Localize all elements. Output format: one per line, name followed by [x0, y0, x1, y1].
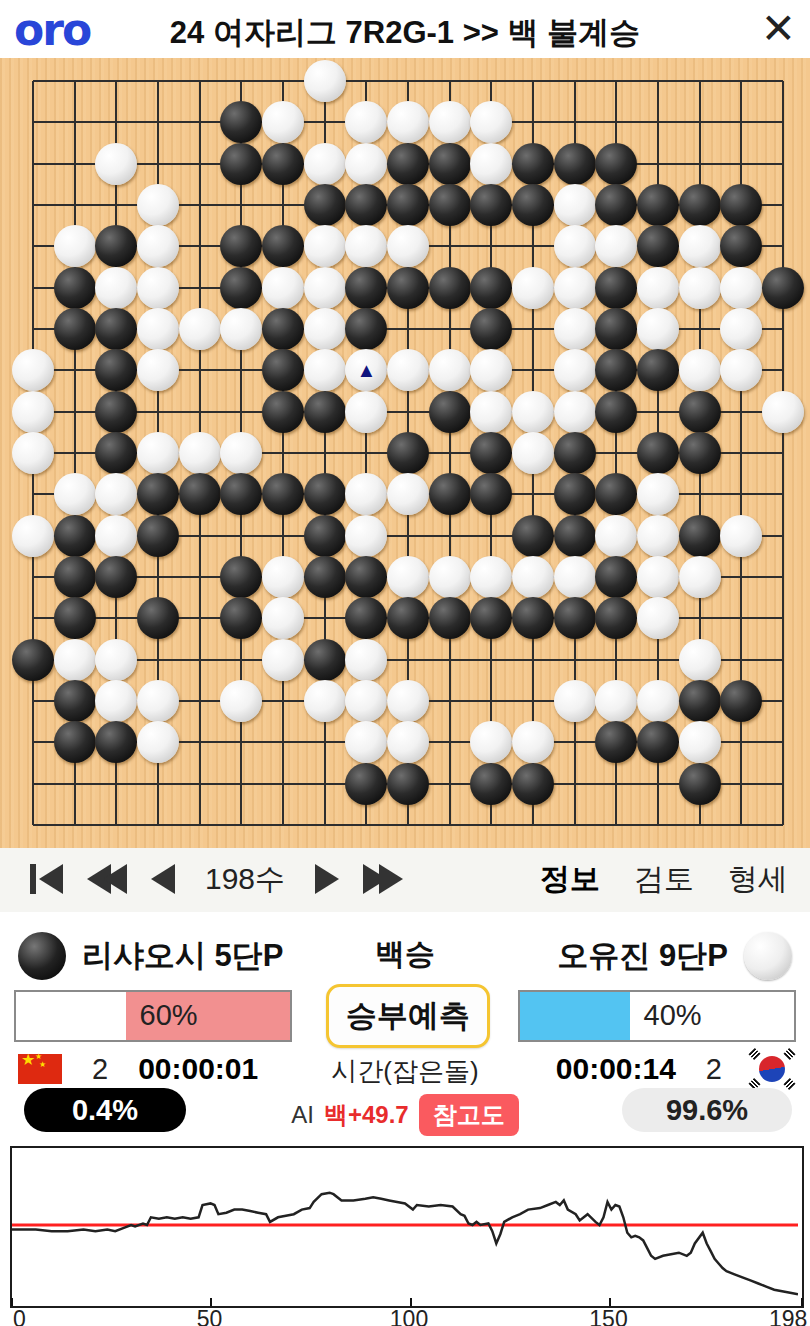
white-winrate-fill	[520, 992, 630, 1040]
black-stone-r5c18	[720, 225, 762, 267]
black-stone-r8c16	[637, 349, 679, 391]
black-stone-r16c18	[720, 680, 762, 722]
black-stone-r4c18	[720, 184, 762, 226]
black-stone-r10c12	[470, 432, 512, 474]
x-tick-50	[210, 1298, 212, 1306]
white-stone-r13c10	[387, 556, 429, 598]
x-label-198: 198	[769, 1306, 807, 1326]
predict-button[interactable]: 승부예측	[326, 984, 490, 1048]
white-stone-r16c9	[345, 680, 387, 722]
white-stone-r5c8	[304, 225, 346, 267]
black-stone-r11c5	[179, 473, 221, 515]
winrate-graph-svg	[12, 1148, 798, 1302]
players-panel: 리샤오시 5단P 백승 오유진 9단P 60% 승부예측 40% ★★★ 2 0…	[0, 912, 810, 1142]
fast-forward-icon2	[379, 864, 403, 894]
game-title: 24 여자리그 7R2G-1 >> 백 불계승	[0, 12, 810, 54]
white-stone-r10c13	[512, 432, 554, 474]
white-clock: 00:00:14	[556, 1052, 676, 1086]
black-stone-r14c15	[595, 597, 637, 639]
black-stone-r13c6	[220, 556, 262, 598]
white-player-header: 오유진 9단P	[557, 932, 792, 980]
black-stone-r4c17	[679, 184, 721, 226]
black-stone-r10c16	[637, 432, 679, 474]
black-stone-r9c11	[429, 391, 471, 433]
black-stone-r3c11	[429, 143, 471, 185]
white-stone-r5c10	[387, 225, 429, 267]
black-ai-winrate-pill: 0.4%	[24, 1088, 186, 1132]
white-stone-r5c15	[595, 225, 637, 267]
black-stone-r14c4	[137, 597, 179, 639]
black-stone-r16c17	[679, 680, 721, 722]
black-stone-r3c13	[512, 143, 554, 185]
fast-back-button[interactable]	[87, 864, 127, 894]
korea-flag-icon	[752, 1052, 792, 1086]
header: oro 24 여자리그 7R2G-1 >> 백 불계승 ✕	[0, 0, 810, 58]
white-stone-r13c17	[679, 556, 721, 598]
go-board[interactable]: ▲	[0, 58, 810, 848]
white-stone-r9c9	[345, 391, 387, 433]
black-stone-r3c7	[262, 143, 304, 185]
white-stone-r15c3	[95, 639, 137, 681]
black-stone-r4c15	[595, 184, 637, 226]
black-stone-r18c12	[470, 763, 512, 805]
white-stone-r6c14	[554, 267, 596, 309]
first-move-triangle-icon	[39, 864, 63, 894]
black-stone-r10c3	[95, 432, 137, 474]
black-stone-r11c6	[220, 473, 262, 515]
x-tick-198	[801, 1298, 803, 1306]
white-player-name: 오유진 9단P	[557, 935, 728, 977]
black-stone-r5c7	[262, 225, 304, 267]
white-stone-r8c11	[429, 349, 471, 391]
black-player-name: 리샤오시 5단P	[82, 935, 284, 977]
black-stone-r4c11	[429, 184, 471, 226]
black-stone-r4c12	[470, 184, 512, 226]
white-stone-r2c9	[345, 101, 387, 143]
time-caption: 시간(잡은돌)	[300, 1054, 510, 1089]
black-player-header: 리샤오시 5단P	[18, 932, 284, 980]
winrate-graph	[10, 1146, 804, 1308]
black-stone-icon	[18, 932, 66, 980]
black-stone-r14c2	[54, 597, 96, 639]
black-stone-r14c12	[470, 597, 512, 639]
white-stone-r8c14	[554, 349, 596, 391]
white-stone-r17c17	[679, 721, 721, 763]
black-stone-r18c9	[345, 763, 387, 805]
white-stone-r12c3	[95, 515, 137, 557]
black-stone-r9c7	[262, 391, 304, 433]
white-stone-r2c12	[470, 101, 512, 143]
black-stone-r3c6	[220, 143, 262, 185]
white-stone-r14c7	[262, 597, 304, 639]
board-grid: ▲	[33, 81, 783, 825]
white-stone-r8c12	[470, 349, 512, 391]
black-stone-r3c10	[387, 143, 429, 185]
white-stone-r16c8	[304, 680, 346, 722]
black-stone-r9c3	[95, 391, 137, 433]
white-stone-r11c2	[54, 473, 96, 515]
white-stone-r3c12	[470, 143, 512, 185]
black-stone-r10c10	[387, 432, 429, 474]
white-stone-r7c6	[220, 308, 262, 350]
white-stone-r9c19	[762, 391, 804, 433]
white-stone-r13c14	[554, 556, 596, 598]
black-stone-r17c16	[637, 721, 679, 763]
black-stone-r13c8	[304, 556, 346, 598]
x-tick-150	[609, 1298, 611, 1306]
black-stone-r10c14	[554, 432, 596, 474]
prev-move-button[interactable]	[151, 864, 175, 894]
white-stone-r9c13	[512, 391, 554, 433]
black-stone-r3c14	[554, 143, 596, 185]
last-move-marker-icon: ▲	[356, 360, 376, 380]
black-stone-r7c9	[345, 308, 387, 350]
white-stone-r9c1	[12, 391, 54, 433]
black-winrate-label: 60%	[126, 999, 198, 1032]
black-stone-r9c17	[679, 391, 721, 433]
white-stone-r17c12	[470, 721, 512, 763]
black-stone-r12c14	[554, 515, 596, 557]
white-stone-r9c14	[554, 391, 596, 433]
black-stone-r6c11	[429, 267, 471, 309]
white-stone-r8c9: ▲	[345, 349, 387, 391]
ai-label: AI	[291, 1101, 314, 1129]
move-nav-bar: 198수 정보 검토 형세	[0, 848, 810, 914]
black-stone-r7c7	[262, 308, 304, 350]
black-stone-r12c13	[512, 515, 554, 557]
black-stone-r5c3	[95, 225, 137, 267]
white-stone-r16c14	[554, 680, 596, 722]
fast-back-icon2	[103, 864, 127, 894]
white-stone-icon	[744, 932, 792, 980]
white-stone-r6c3	[95, 267, 137, 309]
black-stone-r14c11	[429, 597, 471, 639]
white-stone-r16c16	[637, 680, 679, 722]
black-stone-r5c6	[220, 225, 262, 267]
white-stone-r15c17	[679, 639, 721, 681]
x-label-100: 100	[390, 1306, 428, 1326]
black-stone-r9c8	[304, 391, 346, 433]
white-winrate-bar: 40%	[518, 990, 796, 1042]
move-counter: 198수	[205, 859, 285, 900]
white-ai-winrate-pill: 99.6%	[622, 1088, 792, 1132]
next-move-button[interactable]	[315, 864, 339, 894]
x-tick-0	[11, 1298, 13, 1306]
white-stone-r13c7	[262, 556, 304, 598]
white-stone-r8c17	[679, 349, 721, 391]
black-stone-r14c13	[512, 597, 554, 639]
white-stone-r6c17	[679, 267, 721, 309]
black-stone-r13c9	[345, 556, 387, 598]
close-icon[interactable]: ✕	[761, 6, 796, 52]
black-stone-r15c8	[304, 639, 346, 681]
black-stone-r17c2	[54, 721, 96, 763]
black-stone-r11c4	[137, 473, 179, 515]
x-label-50: 50	[197, 1306, 223, 1326]
black-stone-r8c7	[262, 349, 304, 391]
black-stone-r4c8	[304, 184, 346, 226]
white-stone-r7c5	[179, 308, 221, 350]
white-stone-r12c9	[345, 515, 387, 557]
white-stone-r6c7	[262, 267, 304, 309]
black-stone-r7c2	[54, 308, 96, 350]
black-stone-r14c9	[345, 597, 387, 639]
white-info-row: 00:00:14 2	[556, 1052, 792, 1086]
black-clock: 00:00:01	[138, 1052, 258, 1086]
white-stone-r16c6	[220, 680, 262, 722]
white-stone-r6c8	[304, 267, 346, 309]
move-controls: 198수	[30, 848, 403, 910]
black-stone-r4c10	[387, 184, 429, 226]
white-stone-r11c16	[637, 473, 679, 515]
white-stone-r9c12	[470, 391, 512, 433]
white-stone-r10c6	[220, 432, 262, 474]
reference-diagram-button[interactable]: 참고도	[419, 1094, 519, 1136]
white-stone-r3c3	[95, 143, 137, 185]
black-stone-r16c2	[54, 680, 96, 722]
white-stone-r8c8	[304, 349, 346, 391]
white-stone-r14c16	[637, 597, 679, 639]
tab-territory[interactable]: 형세	[728, 859, 788, 900]
first-move-button[interactable]	[30, 864, 63, 894]
black-info-row: ★★★ 2 00:00:01	[18, 1052, 258, 1086]
black-stone-r9c15	[595, 391, 637, 433]
black-stone-r8c3	[95, 349, 137, 391]
black-stone-r17c15	[595, 721, 637, 763]
white-stone-r8c4	[137, 349, 179, 391]
white-stone-r12c16	[637, 515, 679, 557]
white-stone-r16c15	[595, 680, 637, 722]
white-stone-r7c8	[304, 308, 346, 350]
black-stone-r13c2	[54, 556, 96, 598]
black-stone-r11c12	[470, 473, 512, 515]
black-stone-r7c3	[95, 308, 137, 350]
black-winrate-bar: 60%	[14, 990, 292, 1042]
white-stone-r17c13	[512, 721, 554, 763]
black-stone-r18c17	[679, 763, 721, 805]
black-stone-r12c8	[304, 515, 346, 557]
white-stone-r13c13	[512, 556, 554, 598]
white-stone-r6c13	[512, 267, 554, 309]
x-label-150: 150	[589, 1306, 627, 1326]
white-stone-r5c2	[54, 225, 96, 267]
black-stone-r18c10	[387, 763, 429, 805]
black-stone-r8c15	[595, 349, 637, 391]
white-stone-r7c14	[554, 308, 596, 350]
white-captures: 2	[706, 1053, 722, 1086]
black-stone-r4c9	[345, 184, 387, 226]
result-label: 백승	[300, 934, 510, 975]
graph-x-axis: 050100150198	[10, 1306, 800, 1326]
black-stone-r6c12	[470, 267, 512, 309]
white-stone-r3c9	[345, 143, 387, 185]
white-stone-r6c4	[137, 267, 179, 309]
black-stone-r4c13	[512, 184, 554, 226]
white-stone-r15c9	[345, 639, 387, 681]
white-stone-r4c4	[137, 184, 179, 226]
black-captures: 2	[92, 1053, 108, 1086]
black-stone-r13c15	[595, 556, 637, 598]
black-stone-r11c11	[429, 473, 471, 515]
black-stone-r7c12	[470, 308, 512, 350]
white-stone-r3c8	[304, 143, 346, 185]
white-stone-r7c16	[637, 308, 679, 350]
black-stone-r5c16	[637, 225, 679, 267]
black-stone-r11c14	[554, 473, 596, 515]
white-stone-r13c11	[429, 556, 471, 598]
black-stone-r15c1	[12, 639, 54, 681]
black-stone-r6c10	[387, 267, 429, 309]
white-stone-r7c18	[720, 308, 762, 350]
white-stone-r11c9	[345, 473, 387, 515]
first-move-bar-icon	[30, 864, 36, 894]
white-stone-r6c18	[720, 267, 762, 309]
white-stone-r13c12	[470, 556, 512, 598]
black-stone-r3c15	[595, 143, 637, 185]
black-stone-r11c7	[262, 473, 304, 515]
white-stone-r12c18	[720, 515, 762, 557]
black-stone-r12c17	[679, 515, 721, 557]
white-stone-r10c4	[137, 432, 179, 474]
white-stone-r2c11	[429, 101, 471, 143]
white-stone-r15c2	[54, 639, 96, 681]
white-stone-r7c4	[137, 308, 179, 350]
black-stone-r6c19	[762, 267, 804, 309]
prev-move-icon	[151, 864, 175, 894]
white-stone-r16c10	[387, 680, 429, 722]
black-stone-r10c17	[679, 432, 721, 474]
white-stone-r2c10	[387, 101, 429, 143]
x-tick-100	[410, 1298, 412, 1306]
white-stone-r1c8	[304, 60, 346, 102]
tab-review[interactable]: 검토	[634, 859, 694, 900]
black-stone-r14c14	[554, 597, 596, 639]
white-stone-r8c18	[720, 349, 762, 391]
black-stone-r14c10	[387, 597, 429, 639]
white-stone-r8c10	[387, 349, 429, 391]
white-stone-r5c4	[137, 225, 179, 267]
black-stone-r12c4	[137, 515, 179, 557]
black-stone-r18c13	[512, 763, 554, 805]
black-stone-r11c8	[304, 473, 346, 515]
black-stone-r6c6	[220, 267, 262, 309]
next-move-icon	[315, 864, 339, 894]
white-stone-r5c9	[345, 225, 387, 267]
tab-info[interactable]: 정보	[540, 859, 600, 900]
ai-score-row: AI 백+49.7 참고도	[280, 1094, 530, 1136]
white-stone-r4c14	[554, 184, 596, 226]
white-stone-r10c1	[12, 432, 54, 474]
fast-forward-button[interactable]	[363, 864, 403, 894]
black-stone-r7c15	[595, 308, 637, 350]
x-label-0: 0	[13, 1306, 26, 1326]
black-stone-r6c15	[595, 267, 637, 309]
black-stone-r12c2	[54, 515, 96, 557]
white-stone-r13c16	[637, 556, 679, 598]
white-stone-r6c16	[637, 267, 679, 309]
white-stone-r12c15	[595, 515, 637, 557]
white-stone-r5c14	[554, 225, 596, 267]
black-stone-r14c6	[220, 597, 262, 639]
white-stone-r10c5	[179, 432, 221, 474]
white-winrate-label: 40%	[630, 999, 702, 1032]
white-stone-r2c7	[262, 101, 304, 143]
white-stone-r17c10	[387, 721, 429, 763]
white-stone-r12c1	[12, 515, 54, 557]
black-stone-r6c9	[345, 267, 387, 309]
white-stone-r8c1	[12, 349, 54, 391]
white-stone-r16c4	[137, 680, 179, 722]
white-stone-r11c3	[95, 473, 137, 515]
ai-score-value: 백+49.7	[324, 1099, 409, 1131]
black-stone-r2c6	[220, 101, 262, 143]
white-stone-r17c9	[345, 721, 387, 763]
china-flag-icon: ★★★	[18, 1054, 62, 1084]
white-stone-r11c10	[387, 473, 429, 515]
black-stone-r6c2	[54, 267, 96, 309]
white-stone-r16c3	[95, 680, 137, 722]
black-stone-r4c16	[637, 184, 679, 226]
black-stone-r17c3	[95, 721, 137, 763]
nav-tabs: 정보 검토 형세	[540, 848, 788, 910]
white-stone-r5c17	[679, 225, 721, 267]
white-stone-r15c7	[262, 639, 304, 681]
white-stone-r17c4	[137, 721, 179, 763]
black-stone-r11c15	[595, 473, 637, 515]
black-stone-r13c3	[95, 556, 137, 598]
